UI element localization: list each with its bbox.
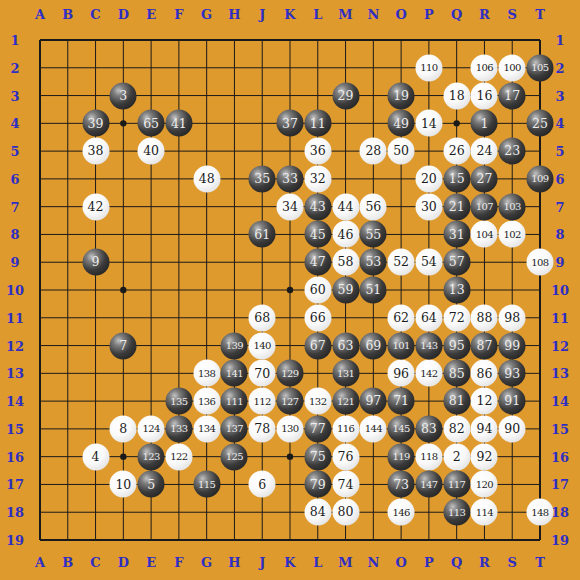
stone-R17: 120 — [471, 471, 498, 498]
coord-label-row-left: 6 — [10, 172, 19, 185]
stone-move-number: 60 — [310, 284, 326, 297]
stone-move-number: 9 — [92, 256, 100, 269]
stone-K15: 130 — [277, 415, 304, 442]
stone-G13: 138 — [193, 360, 220, 387]
stone-Q15: 82 — [443, 415, 470, 442]
coord-label-row-left: 16 — [6, 450, 24, 463]
stone-O12: 101 — [388, 332, 415, 359]
stone-L17: 79 — [304, 471, 331, 498]
stone-move-number: 70 — [254, 367, 270, 380]
stone-move-number: 109 — [531, 174, 548, 184]
coord-label-col-top: D — [118, 8, 129, 21]
coord-label-col-top: E — [146, 8, 156, 21]
stone-move-number: 17 — [504, 89, 520, 102]
stone-move-number: 73 — [393, 478, 409, 491]
coord-label-row-right: 4 — [555, 117, 564, 130]
stone-Q6: 15 — [443, 165, 470, 192]
coord-label-row-left: 1 — [10, 34, 19, 47]
stone-move-number: 21 — [449, 200, 465, 213]
coord-label-row-left: 13 — [6, 367, 24, 380]
stone-S7: 103 — [499, 193, 526, 220]
coord-label-row-right: 3 — [555, 89, 564, 102]
coord-label-row-right: 13 — [551, 367, 569, 380]
stone-move-number: 15 — [449, 173, 465, 186]
stone-move-number: 131 — [337, 368, 354, 378]
coord-label-col-top: P — [424, 8, 434, 21]
coord-label-col-bottom: E — [146, 556, 156, 569]
coord-label-row-left: 12 — [6, 339, 24, 352]
stone-move-number: 81 — [449, 395, 465, 408]
stone-move-number: 53 — [365, 256, 381, 269]
stone-C7: 42 — [82, 193, 109, 220]
stone-move-number: 144 — [365, 424, 382, 434]
stone-move-number: 145 — [392, 424, 409, 434]
stone-L5: 36 — [304, 138, 331, 165]
stone-move-number: 13 — [449, 284, 465, 297]
stone-L10: 60 — [304, 277, 331, 304]
coord-label-col-top: L — [313, 8, 322, 21]
stone-move-number: 3 — [119, 89, 127, 102]
stone-move-number: 88 — [476, 312, 492, 325]
stone-move-number: 52 — [393, 256, 409, 269]
stone-F16: 122 — [165, 443, 192, 470]
stone-R6: 27 — [471, 165, 498, 192]
stone-L9: 47 — [304, 249, 331, 276]
stone-move-number: 148 — [531, 507, 548, 517]
stone-move-number: 140 — [254, 341, 271, 351]
stone-T9: 108 — [527, 249, 554, 276]
stone-move-number: 122 — [170, 452, 187, 462]
stone-move-number: 67 — [310, 339, 326, 352]
stone-move-number: 141 — [226, 368, 243, 378]
star-point — [453, 120, 459, 126]
stone-move-number: 65 — [143, 117, 159, 130]
stone-move-number: 80 — [338, 506, 354, 519]
stone-move-number: 136 — [198, 396, 215, 406]
coord-label-col-bottom: T — [535, 556, 545, 569]
stone-move-number: 41 — [171, 117, 187, 130]
stone-N5: 28 — [360, 138, 387, 165]
stone-move-number: 102 — [504, 229, 521, 239]
coord-label-col-top: M — [338, 8, 352, 21]
stone-H12: 139 — [221, 332, 248, 359]
stone-move-number: 12 — [476, 395, 492, 408]
coord-label-row-left: 7 — [10, 200, 19, 213]
stone-move-number: 6 — [258, 478, 266, 491]
stone-S13: 93 — [499, 360, 526, 387]
coord-label-col-top: S — [508, 8, 517, 21]
star-point — [287, 287, 293, 293]
stone-move-number: 19 — [393, 89, 409, 102]
stone-move-number: 103 — [504, 202, 521, 212]
stone-P2: 110 — [415, 54, 442, 81]
stone-R15: 94 — [471, 415, 498, 442]
coord-label-col-bottom: O — [395, 556, 406, 569]
stone-move-number: 35 — [254, 173, 270, 186]
stone-M10: 59 — [332, 277, 359, 304]
stone-move-number: 77 — [310, 423, 326, 436]
stone-T4: 25 — [527, 110, 554, 137]
stone-Q14: 81 — [443, 388, 470, 415]
stone-move-number: 101 — [392, 341, 409, 351]
coord-label-row-left: 10 — [6, 284, 24, 297]
stone-O3: 19 — [388, 82, 415, 109]
coord-label-row-right: 9 — [555, 256, 564, 269]
coord-label-col-top: F — [174, 8, 183, 21]
coord-label-col-top: R — [479, 8, 490, 21]
stone-P17: 147 — [415, 471, 442, 498]
coord-label-row-left: 8 — [10, 228, 19, 241]
stone-move-number: 5 — [147, 478, 155, 491]
stone-R7: 107 — [471, 193, 498, 220]
stone-M17: 74 — [332, 471, 359, 498]
stone-move-number: 45 — [310, 228, 326, 241]
coord-label-row-right: 14 — [551, 395, 569, 408]
stone-J12: 140 — [249, 332, 276, 359]
stone-P15: 83 — [415, 415, 442, 442]
coord-label-row-left: 2 — [10, 61, 19, 74]
stone-move-number: 100 — [504, 63, 521, 73]
stone-move-number: 47 — [310, 256, 326, 269]
stone-M13: 131 — [332, 360, 359, 387]
stone-move-number: 33 — [282, 173, 298, 186]
stone-R16: 92 — [471, 443, 498, 470]
stone-move-number: 98 — [504, 312, 520, 325]
coord-label-row-right: 12 — [551, 339, 569, 352]
stone-move-number: 76 — [338, 450, 354, 463]
stone-move-number: 69 — [365, 339, 381, 352]
stone-L15: 77 — [304, 415, 331, 442]
coord-label-col-bottom: C — [90, 556, 100, 569]
stone-move-number: 78 — [254, 423, 270, 436]
stone-move-number: 62 — [393, 312, 409, 325]
coord-label-row-right: 18 — [551, 506, 569, 519]
stone-move-number: 108 — [531, 257, 548, 267]
stone-P7: 30 — [415, 193, 442, 220]
stone-move-number: 124 — [142, 424, 159, 434]
coord-label-col-bottom: J — [259, 556, 265, 569]
stone-move-number: 14 — [421, 117, 437, 130]
stone-N9: 53 — [360, 249, 387, 276]
stone-N8: 55 — [360, 221, 387, 248]
stone-move-number: 8 — [119, 423, 127, 436]
stone-move-number: 11 — [310, 117, 326, 130]
stone-K14: 127 — [277, 388, 304, 415]
stone-M14: 121 — [332, 388, 359, 415]
stone-M7: 44 — [332, 193, 359, 220]
coord-label-row-left: 5 — [10, 145, 19, 158]
stone-F4: 41 — [165, 110, 192, 137]
stone-R8: 104 — [471, 221, 498, 248]
stone-O4: 49 — [388, 110, 415, 137]
stone-N15: 144 — [360, 415, 387, 442]
stone-move-number: 71 — [393, 395, 409, 408]
stone-move-number: 57 — [449, 256, 465, 269]
stone-L8: 45 — [304, 221, 331, 248]
coord-label-row-right: 2 — [555, 61, 564, 74]
stone-move-number: 61 — [254, 228, 270, 241]
stone-Q11: 72 — [443, 304, 470, 331]
stone-S3: 17 — [499, 82, 526, 109]
coord-label-col-bottom: L — [313, 556, 322, 569]
stone-move-number: 84 — [310, 506, 326, 519]
stone-S8: 102 — [499, 221, 526, 248]
coord-label-row-right: 15 — [551, 422, 569, 435]
stone-move-number: 30 — [421, 200, 437, 213]
stone-Q7: 21 — [443, 193, 470, 220]
stone-move-number: 54 — [421, 256, 437, 269]
stone-move-number: 42 — [88, 200, 104, 213]
coord-label-col-bottom: H — [228, 556, 240, 569]
coord-label-col-top: J — [259, 8, 265, 21]
stone-M9: 58 — [332, 249, 359, 276]
stone-move-number: 111 — [226, 396, 243, 406]
coord-label-col-top: G — [201, 8, 212, 21]
stone-N7: 56 — [360, 193, 387, 220]
coord-label-row-right: 17 — [551, 478, 569, 491]
coord-label-col-bottom: K — [284, 556, 295, 569]
stone-M3: 29 — [332, 82, 359, 109]
stone-move-number: 10 — [115, 478, 131, 491]
stone-move-number: 29 — [338, 89, 354, 102]
stone-Q3: 18 — [443, 82, 470, 109]
stone-move-number: 36 — [310, 145, 326, 158]
stone-M16: 76 — [332, 443, 359, 470]
stone-move-number: 2 — [453, 450, 461, 463]
stone-move-number: 18 — [449, 89, 465, 102]
stone-move-number: 97 — [365, 395, 381, 408]
stone-L6: 32 — [304, 165, 331, 192]
stone-move-number: 130 — [281, 424, 298, 434]
stone-C5: 38 — [82, 138, 109, 165]
coord-label-col-bottom: P — [424, 556, 434, 569]
stone-move-number: 82 — [449, 423, 465, 436]
stone-move-number: 133 — [170, 424, 187, 434]
stone-N14: 97 — [360, 388, 387, 415]
coord-label-row-right: 7 — [555, 200, 564, 213]
stone-move-number: 120 — [476, 479, 493, 489]
stone-O17: 73 — [388, 471, 415, 498]
stone-move-number: 55 — [365, 228, 381, 241]
stone-Q17: 117 — [443, 471, 470, 498]
stone-move-number: 105 — [531, 63, 548, 73]
coord-label-row-right: 10 — [551, 284, 569, 297]
stone-Q13: 85 — [443, 360, 470, 387]
go-board[interactable]: AA11BB22CC33DD44EE55FF66GG77HH88JJ99KK10… — [0, 0, 580, 580]
stone-E5: 40 — [138, 138, 165, 165]
stone-move-number: 74 — [338, 478, 354, 491]
coord-label-row-right: 19 — [551, 534, 569, 547]
stone-H15: 137 — [221, 415, 248, 442]
stone-R12: 87 — [471, 332, 498, 359]
stone-P4: 14 — [415, 110, 442, 137]
coord-label-row-right: 8 — [555, 228, 564, 241]
coord-label-col-top: A — [35, 8, 45, 21]
stone-R13: 86 — [471, 360, 498, 387]
stone-J17: 6 — [249, 471, 276, 498]
stone-E15: 124 — [138, 415, 165, 442]
stone-move-number: 50 — [393, 145, 409, 158]
stone-move-number: 94 — [476, 423, 492, 436]
stone-F14: 135 — [165, 388, 192, 415]
stone-move-number: 92 — [476, 450, 492, 463]
star-point — [287, 453, 293, 459]
stone-D3: 3 — [110, 82, 137, 109]
coord-label-col-bottom: Q — [451, 556, 462, 569]
coord-label-col-bottom: S — [508, 556, 517, 569]
stone-Q8: 31 — [443, 221, 470, 248]
stone-move-number: 99 — [504, 339, 520, 352]
coord-label-row-right: 5 — [555, 145, 564, 158]
stone-D17: 10 — [110, 471, 137, 498]
stone-Q9: 57 — [443, 249, 470, 276]
stone-move-number: 135 — [170, 396, 187, 406]
stone-move-number: 44 — [338, 200, 354, 213]
stone-move-number: 118 — [420, 452, 437, 462]
coord-label-col-bottom: D — [118, 556, 129, 569]
star-point — [120, 120, 126, 126]
stone-move-number: 79 — [310, 478, 326, 491]
stone-O14: 71 — [388, 388, 415, 415]
stone-N10: 51 — [360, 277, 387, 304]
stone-move-number: 139 — [226, 341, 243, 351]
stone-L12: 67 — [304, 332, 331, 359]
stone-move-number: 112 — [254, 396, 271, 406]
star-point — [120, 287, 126, 293]
coord-label-col-bottom: F — [174, 556, 183, 569]
stone-move-number: 121 — [337, 396, 354, 406]
stone-E4: 65 — [138, 110, 165, 137]
coord-label-row-left: 19 — [6, 534, 24, 547]
stone-T18: 148 — [527, 499, 554, 526]
coord-label-col-bottom: R — [479, 556, 490, 569]
coord-label-row-left: 17 — [6, 478, 24, 491]
stone-move-number: 142 — [420, 368, 437, 378]
stone-Q12: 95 — [443, 332, 470, 359]
stone-L14: 132 — [304, 388, 331, 415]
coord-label-col-top: T — [535, 8, 545, 21]
stone-move-number: 25 — [532, 117, 548, 130]
stone-N12: 69 — [360, 332, 387, 359]
coord-label-row-left: 3 — [10, 89, 19, 102]
coord-label-col-bottom: N — [367, 556, 379, 569]
stone-move-number: 26 — [449, 145, 465, 158]
stone-T6: 109 — [527, 165, 554, 192]
stone-move-number: 132 — [309, 396, 326, 406]
stone-move-number: 28 — [365, 145, 381, 158]
stone-move-number: 127 — [281, 396, 298, 406]
stone-C9: 9 — [82, 249, 109, 276]
stone-R14: 12 — [471, 388, 498, 415]
stone-K13: 129 — [277, 360, 304, 387]
stone-move-number: 46 — [338, 228, 354, 241]
coord-label-row-right: 11 — [551, 311, 569, 324]
stone-move-number: 114 — [476, 507, 493, 517]
stone-J15: 78 — [249, 415, 276, 442]
stone-S11: 98 — [499, 304, 526, 331]
stone-move-number: 20 — [421, 173, 437, 186]
coord-label-col-top: K — [284, 8, 295, 21]
stone-L16: 75 — [304, 443, 331, 470]
stone-move-number: 146 — [392, 507, 409, 517]
coord-label-row-right: 6 — [555, 172, 564, 185]
stone-Q18: 113 — [443, 499, 470, 526]
stone-move-number: 40 — [143, 145, 159, 158]
stone-move-number: 83 — [421, 423, 437, 436]
stone-R11: 88 — [471, 304, 498, 331]
stone-P16: 118 — [415, 443, 442, 470]
stone-move-number: 38 — [88, 145, 104, 158]
stone-move-number: 75 — [310, 450, 326, 463]
stone-move-number: 72 — [449, 312, 465, 325]
stone-F15: 133 — [165, 415, 192, 442]
stone-move-number: 104 — [476, 229, 493, 239]
stone-H16: 125 — [221, 443, 248, 470]
stone-move-number: 24 — [476, 145, 492, 158]
stone-move-number: 43 — [310, 200, 326, 213]
stone-G17: 115 — [193, 471, 220, 498]
stone-R4: 1 — [471, 110, 498, 137]
stone-move-number: 115 — [198, 479, 215, 489]
stone-move-number: 143 — [420, 341, 437, 351]
stone-P12: 143 — [415, 332, 442, 359]
coord-label-col-bottom: G — [201, 556, 212, 569]
stone-move-number: 4 — [92, 450, 100, 463]
stone-O5: 50 — [388, 138, 415, 165]
stone-C4: 39 — [82, 110, 109, 137]
coord-label-row-left: 14 — [6, 395, 24, 408]
stone-move-number: 90 — [504, 423, 520, 436]
stone-R3: 16 — [471, 82, 498, 109]
stone-move-number: 96 — [393, 367, 409, 380]
stone-move-number: 1 — [480, 117, 488, 130]
stone-D15: 8 — [110, 415, 137, 442]
stone-Q5: 26 — [443, 138, 470, 165]
coord-label-row-left: 11 — [6, 311, 24, 324]
stone-move-number: 32 — [310, 173, 326, 186]
coord-label-col-bottom: M — [338, 556, 352, 569]
coord-label-col-top: Q — [451, 8, 462, 21]
stone-G6: 48 — [193, 165, 220, 192]
stone-move-number: 31 — [449, 228, 465, 241]
coord-label-row-right: 16 — [551, 450, 569, 463]
stone-J6: 35 — [249, 165, 276, 192]
stone-P11: 64 — [415, 304, 442, 331]
stone-move-number: 110 — [420, 63, 437, 73]
stone-move-number: 56 — [365, 200, 381, 213]
stone-G15: 134 — [193, 415, 220, 442]
stone-D12: 7 — [110, 332, 137, 359]
stone-move-number: 23 — [504, 145, 520, 158]
stone-J14: 112 — [249, 388, 276, 415]
stone-move-number: 147 — [420, 479, 437, 489]
stone-M12: 63 — [332, 332, 359, 359]
stone-E17: 5 — [138, 471, 165, 498]
stone-move-number: 138 — [198, 368, 215, 378]
stone-Q16: 2 — [443, 443, 470, 470]
stone-O13: 96 — [388, 360, 415, 387]
stone-P13: 142 — [415, 360, 442, 387]
stone-M18: 80 — [332, 499, 359, 526]
stone-move-number: 129 — [281, 368, 298, 378]
stone-O15: 145 — [388, 415, 415, 442]
stone-S15: 90 — [499, 415, 526, 442]
stone-move-number: 39 — [88, 117, 104, 130]
stone-O11: 62 — [388, 304, 415, 331]
stone-move-number: 116 — [337, 424, 354, 434]
stone-S2: 100 — [499, 54, 526, 81]
stone-move-number: 113 — [448, 507, 465, 517]
